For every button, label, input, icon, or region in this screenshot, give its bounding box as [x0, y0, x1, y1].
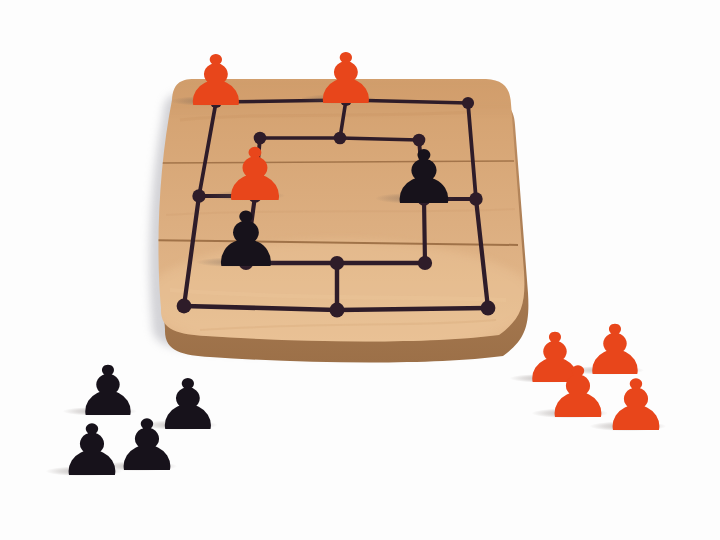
- point-d1[interactable]: [322, 295, 352, 325]
- point-a1[interactable]: [169, 291, 199, 321]
- point-f2[interactable]: [410, 248, 440, 278]
- black-reserve-pawn-4[interactable]: ♟: [57, 415, 127, 486]
- orange-reserve-tray: ♟♟♟♟: [520, 305, 670, 445]
- grid-line-g1-d1: [337, 308, 488, 310]
- black-pawn-b2[interactable]: ♟: [209, 202, 284, 278]
- orange-reserve-pawn-4[interactable]: ♟: [601, 370, 671, 441]
- point-g1[interactable]: [473, 293, 503, 323]
- orange-pawn-a7[interactable]: ♟: [181, 46, 250, 116]
- scene: ♟♟♟♟♟ ♟♟♟♟ ♟♟♟♟: [0, 0, 720, 540]
- black-reserve-tray: ♟♟♟♟: [55, 345, 220, 490]
- point-g7[interactable]: [453, 88, 483, 118]
- point-g4[interactable]: [461, 184, 491, 214]
- black-pawn-f4[interactable]: ♟: [388, 140, 461, 214]
- point-d6[interactable]: [325, 123, 355, 153]
- orange-pawn-d7[interactable]: ♟: [311, 44, 380, 114]
- point-d2[interactable]: [322, 248, 352, 278]
